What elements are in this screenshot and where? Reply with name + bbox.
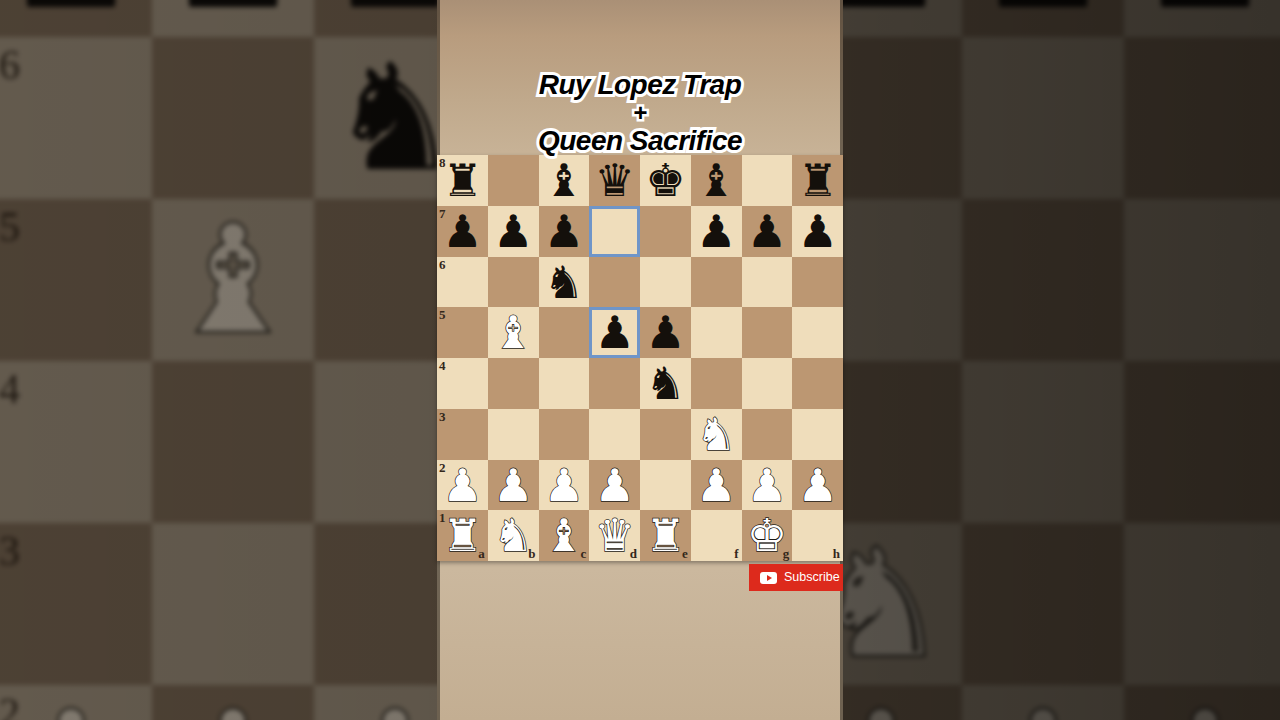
square-h6 — [792, 257, 843, 308]
square-e1: e♜ — [640, 510, 691, 561]
square-a4: 4 — [437, 358, 488, 409]
square-a5: 5 — [437, 307, 488, 358]
square-g3 — [742, 409, 793, 460]
youtube-play-icon — [760, 572, 777, 584]
square-g7: ♟ — [742, 206, 793, 257]
rank-label: 3 — [439, 409, 446, 424]
rank-label: 5 — [439, 307, 446, 322]
square-d6 — [589, 257, 640, 308]
rank-label: 1 — [439, 510, 446, 525]
square-d3 — [589, 409, 640, 460]
piece-f7: ♟ — [691, 206, 742, 257]
square-f6 — [691, 257, 742, 308]
piece-f8: ♝ — [691, 155, 742, 206]
square-a8: 8♜ — [437, 155, 488, 206]
rank-label: 7 — [439, 206, 446, 221]
piece-e4: ♞ — [640, 358, 691, 409]
square-a2: 2♟ — [437, 460, 488, 511]
square-g2: ♟ — [742, 460, 793, 511]
square-d1: d♛ — [589, 510, 640, 561]
square-c4 — [539, 358, 590, 409]
piece-d2: ♟ — [589, 460, 640, 511]
square-e3 — [640, 409, 691, 460]
rank-label: 2 — [439, 460, 446, 475]
square-h5 — [792, 307, 843, 358]
file-label: c — [580, 547, 586, 561]
square-h4 — [792, 358, 843, 409]
square-h8: ♜ — [792, 155, 843, 206]
square-c2: ♟ — [539, 460, 590, 511]
piece-h7: ♟ — [792, 206, 843, 257]
square-b6 — [488, 257, 539, 308]
square-c7: ♟ — [539, 206, 590, 257]
square-f8: ♝ — [691, 155, 742, 206]
play-triangle — [767, 575, 772, 581]
square-b3 — [488, 409, 539, 460]
square-g5 — [742, 307, 793, 358]
square-e8: ♚ — [640, 155, 691, 206]
file-label: b — [528, 547, 535, 561]
square-a6: 6 — [437, 257, 488, 308]
square-f7: ♟ — [691, 206, 742, 257]
square-g6 — [742, 257, 793, 308]
square-b4 — [488, 358, 539, 409]
square-c8: ♝ — [539, 155, 590, 206]
subscribe-label: Subscribe — [784, 564, 840, 591]
square-f2: ♟ — [691, 460, 742, 511]
piece-g2: ♟ — [742, 460, 793, 511]
square-g8 — [742, 155, 793, 206]
square-d5: ♟ — [589, 307, 640, 358]
square-f3: ♞ — [691, 409, 742, 460]
rank-label: 6 — [439, 257, 446, 272]
square-d8: ♛ — [589, 155, 640, 206]
square-h2: ♟ — [792, 460, 843, 511]
square-h7: ♟ — [792, 206, 843, 257]
square-g4 — [742, 358, 793, 409]
rank-label: 4 — [439, 358, 446, 373]
piece-f2: ♟ — [691, 460, 742, 511]
square-a7: 7♟ — [437, 206, 488, 257]
square-b5: ♝ — [488, 307, 539, 358]
piece-d5: ♟ — [589, 307, 640, 358]
chess-board: 8♜♝♛♚♝♜7♟♟♟♟♟♟6♞5♝♟♟4♞3♞2♟♟♟♟♟♟♟1a♜b♞c♝d… — [437, 155, 843, 561]
square-f4 — [691, 358, 742, 409]
subscribe-button[interactable]: Subscribe — [749, 564, 843, 591]
file-label: d — [630, 547, 637, 561]
video-strip: Ruy Lopez Trap + Queen Sacrifice 8♜♝♛♚♝♜… — [437, 0, 843, 720]
piece-b7: ♟ — [488, 206, 539, 257]
piece-c8: ♝ — [539, 155, 590, 206]
square-g1: g♚ — [742, 510, 793, 561]
file-label: a — [478, 547, 485, 561]
piece-e8: ♚ — [640, 155, 691, 206]
square-e2 — [640, 460, 691, 511]
square-c6: ♞ — [539, 257, 590, 308]
square-e6 — [640, 257, 691, 308]
piece-g7: ♟ — [742, 206, 793, 257]
piece-d8: ♛ — [589, 155, 640, 206]
piece-e5: ♟ — [640, 307, 691, 358]
video-title: Ruy Lopez Trap + Queen Sacrifice — [437, 68, 843, 157]
file-label: f — [734, 547, 738, 561]
piece-b5: ♝ — [488, 307, 539, 358]
piece-h8: ♜ — [792, 155, 843, 206]
square-e7 — [640, 206, 691, 257]
piece-f3: ♞ — [691, 409, 742, 460]
square-b2: ♟ — [488, 460, 539, 511]
square-h1: h — [792, 510, 843, 561]
square-b8 — [488, 155, 539, 206]
square-a3: 3 — [437, 409, 488, 460]
square-b7: ♟ — [488, 206, 539, 257]
piece-c2: ♟ — [539, 460, 590, 511]
square-e5: ♟ — [640, 307, 691, 358]
square-c5 — [539, 307, 590, 358]
square-c1: c♝ — [539, 510, 590, 561]
square-f5 — [691, 307, 742, 358]
piece-b2: ♟ — [488, 460, 539, 511]
file-label: h — [833, 547, 840, 561]
square-d7 — [589, 206, 640, 257]
file-label: e — [682, 547, 688, 561]
square-c3 — [539, 409, 590, 460]
square-e4: ♞ — [640, 358, 691, 409]
square-d2: ♟ — [589, 460, 640, 511]
square-b1: b♞ — [488, 510, 539, 561]
title-line-3: Queen Sacrifice — [437, 124, 843, 157]
piece-c6: ♞ — [539, 257, 590, 308]
video-frame: 87♟♟♟♟♟♟6♞5♝43♞2♟♟♟♟♟♟1 Ruy Lopez Trap +… — [0, 0, 1280, 720]
piece-h2: ♟ — [792, 460, 843, 511]
square-h3 — [792, 409, 843, 460]
square-f1: f — [691, 510, 742, 561]
square-d4 — [589, 358, 640, 409]
rank-label: 8 — [439, 155, 446, 170]
piece-c7: ♟ — [539, 206, 590, 257]
file-label: g — [783, 547, 790, 561]
square-a1: 1a♜ — [437, 510, 488, 561]
title-line-2: + — [437, 101, 843, 124]
title-line-1: Ruy Lopez Trap — [437, 68, 843, 101]
